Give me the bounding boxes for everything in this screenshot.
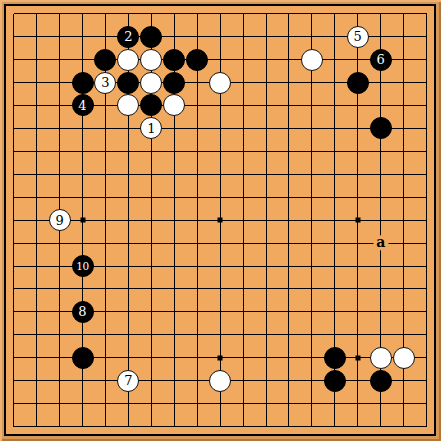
intersection[interactable]: 1 [140, 117, 163, 140]
intersection[interactable] [415, 140, 438, 163]
intersection[interactable] [186, 186, 209, 209]
intersection[interactable] [415, 163, 438, 186]
intersection[interactable] [2, 369, 25, 392]
intersection[interactable] [346, 255, 369, 278]
intersection[interactable] [323, 186, 346, 209]
intersection[interactable] [163, 117, 186, 140]
intersection[interactable] [48, 323, 71, 346]
intersection[interactable] [346, 323, 369, 346]
intersection[interactable] [140, 392, 163, 415]
intersection[interactable] [392, 94, 415, 117]
intersection[interactable] [346, 232, 369, 255]
intersection[interactable] [323, 48, 346, 71]
intersection[interactable] [300, 323, 323, 346]
intersection[interactable] [186, 163, 209, 186]
intersection[interactable] [369, 369, 392, 392]
intersection[interactable] [415, 117, 438, 140]
intersection[interactable] [323, 94, 346, 117]
intersection[interactable] [71, 48, 94, 71]
intersection[interactable] [255, 392, 278, 415]
intersection[interactable] [163, 323, 186, 346]
intersection[interactable] [117, 71, 140, 94]
intersection[interactable] [232, 415, 255, 438]
intersection[interactable] [415, 2, 438, 25]
intersection[interactable]: 2 [117, 25, 140, 48]
intersection[interactable] [48, 140, 71, 163]
intersection[interactable] [323, 25, 346, 48]
intersection[interactable] [25, 255, 48, 278]
intersection[interactable] [71, 209, 94, 232]
intersection[interactable] [2, 209, 25, 232]
intersection[interactable] [392, 392, 415, 415]
intersection[interactable] [232, 186, 255, 209]
intersection[interactable] [25, 415, 48, 438]
intersection[interactable] [94, 2, 117, 25]
intersection[interactable] [415, 25, 438, 48]
intersection[interactable] [346, 94, 369, 117]
intersection[interactable] [300, 415, 323, 438]
intersection[interactable] [140, 71, 163, 94]
intersection[interactable] [140, 48, 163, 71]
intersection[interactable] [277, 94, 300, 117]
intersection[interactable] [25, 277, 48, 300]
intersection[interactable] [48, 277, 71, 300]
intersection[interactable] [186, 415, 209, 438]
intersection[interactable] [277, 232, 300, 255]
intersection[interactable] [232, 25, 255, 48]
intersection[interactable] [94, 255, 117, 278]
intersection[interactable] [232, 369, 255, 392]
intersection[interactable] [117, 163, 140, 186]
intersection[interactable] [346, 369, 369, 392]
intersection[interactable] [71, 71, 94, 94]
intersection[interactable] [209, 255, 232, 278]
intersection[interactable] [25, 346, 48, 369]
intersection[interactable] [2, 255, 25, 278]
intersection[interactable] [277, 392, 300, 415]
intersection[interactable] [71, 232, 94, 255]
intersection[interactable] [369, 117, 392, 140]
intersection[interactable] [369, 392, 392, 415]
intersection[interactable] [2, 71, 25, 94]
intersection[interactable] [346, 48, 369, 71]
intersection[interactable] [346, 392, 369, 415]
intersection[interactable] [117, 255, 140, 278]
intersection[interactable] [25, 369, 48, 392]
intersection[interactable] [117, 186, 140, 209]
intersection[interactable] [300, 369, 323, 392]
intersection[interactable] [117, 392, 140, 415]
intersection[interactable] [300, 140, 323, 163]
intersection[interactable] [392, 25, 415, 48]
intersection[interactable] [392, 163, 415, 186]
intersection[interactable] [186, 392, 209, 415]
intersection[interactable] [277, 369, 300, 392]
intersection[interactable] [277, 415, 300, 438]
intersection[interactable] [25, 48, 48, 71]
intersection[interactable] [186, 277, 209, 300]
intersection[interactable] [232, 71, 255, 94]
intersection[interactable] [300, 392, 323, 415]
intersection[interactable] [2, 94, 25, 117]
intersection[interactable] [277, 2, 300, 25]
intersection[interactable] [186, 25, 209, 48]
intersection[interactable] [25, 140, 48, 163]
intersection[interactable] [163, 277, 186, 300]
intersection[interactable]: 10 [71, 255, 94, 278]
intersection[interactable] [94, 94, 117, 117]
intersection[interactable] [209, 346, 232, 369]
intersection[interactable] [94, 277, 117, 300]
intersection[interactable] [277, 209, 300, 232]
intersection[interactable] [415, 48, 438, 71]
intersection[interactable] [300, 277, 323, 300]
intersection[interactable] [186, 346, 209, 369]
intersection[interactable] [140, 232, 163, 255]
intersection[interactable]: 5 [346, 25, 369, 48]
intersection[interactable] [300, 163, 323, 186]
intersection[interactable] [140, 140, 163, 163]
intersection[interactable] [277, 255, 300, 278]
intersection[interactable] [2, 25, 25, 48]
intersection[interactable] [346, 163, 369, 186]
intersection[interactable] [209, 186, 232, 209]
intersection[interactable] [94, 186, 117, 209]
intersection[interactable] [232, 232, 255, 255]
intersection[interactable] [232, 48, 255, 71]
intersection[interactable] [392, 209, 415, 232]
intersection[interactable] [323, 323, 346, 346]
intersection[interactable] [346, 346, 369, 369]
intersection[interactable] [71, 415, 94, 438]
intersection[interactable] [163, 392, 186, 415]
intersection[interactable] [163, 346, 186, 369]
intersection[interactable] [323, 2, 346, 25]
intersection[interactable] [163, 209, 186, 232]
intersection[interactable] [140, 186, 163, 209]
intersection[interactable] [232, 94, 255, 117]
intersection[interactable] [186, 71, 209, 94]
intersection[interactable] [392, 48, 415, 71]
intersection[interactable] [346, 2, 369, 25]
intersection[interactable] [186, 209, 209, 232]
intersection[interactable] [209, 300, 232, 323]
intersection[interactable] [415, 323, 438, 346]
intersection[interactable] [140, 255, 163, 278]
intersection[interactable] [277, 346, 300, 369]
intersection[interactable] [209, 71, 232, 94]
intersection[interactable] [392, 117, 415, 140]
intersection[interactable] [369, 209, 392, 232]
intersection[interactable] [346, 71, 369, 94]
intersection[interactable] [48, 415, 71, 438]
intersection[interactable] [48, 71, 71, 94]
intersection[interactable] [163, 369, 186, 392]
intersection[interactable] [140, 323, 163, 346]
intersection[interactable] [48, 392, 71, 415]
intersection[interactable] [186, 369, 209, 392]
intersection[interactable] [255, 117, 278, 140]
intersection[interactable] [323, 232, 346, 255]
intersection[interactable] [2, 48, 25, 71]
intersection[interactable] [140, 2, 163, 25]
intersection[interactable] [323, 369, 346, 392]
intersection[interactable] [94, 117, 117, 140]
intersection[interactable] [369, 415, 392, 438]
intersection[interactable] [117, 94, 140, 117]
intersection[interactable] [277, 25, 300, 48]
intersection[interactable] [71, 346, 94, 369]
intersection[interactable] [25, 163, 48, 186]
intersection[interactable] [209, 94, 232, 117]
intersection[interactable] [369, 94, 392, 117]
intersection[interactable] [232, 140, 255, 163]
intersection[interactable] [232, 117, 255, 140]
intersection[interactable] [163, 300, 186, 323]
intersection[interactable] [232, 255, 255, 278]
intersection[interactable] [255, 369, 278, 392]
intersection[interactable] [277, 186, 300, 209]
intersection[interactable] [392, 346, 415, 369]
intersection[interactable] [209, 2, 232, 25]
intersection[interactable] [232, 2, 255, 25]
intersection[interactable] [71, 117, 94, 140]
intersection[interactable] [277, 71, 300, 94]
intersection[interactable] [2, 163, 25, 186]
intersection[interactable] [140, 209, 163, 232]
intersection[interactable] [186, 300, 209, 323]
intersection[interactable]: 9 [48, 209, 71, 232]
intersection[interactable] [300, 117, 323, 140]
intersection[interactable] [323, 71, 346, 94]
intersection[interactable]: 4 [71, 94, 94, 117]
intersection[interactable] [25, 323, 48, 346]
intersection[interactable] [300, 255, 323, 278]
intersection[interactable] [186, 2, 209, 25]
intersection[interactable] [25, 232, 48, 255]
intersection[interactable] [117, 300, 140, 323]
intersection[interactable] [277, 323, 300, 346]
intersection[interactable] [117, 117, 140, 140]
intersection[interactable] [2, 392, 25, 415]
intersection[interactable] [71, 140, 94, 163]
intersection[interactable] [48, 255, 71, 278]
intersection[interactable] [369, 346, 392, 369]
intersection[interactable] [255, 94, 278, 117]
intersection[interactable] [232, 323, 255, 346]
intersection[interactable] [48, 25, 71, 48]
intersection[interactable] [277, 300, 300, 323]
intersection[interactable] [255, 186, 278, 209]
intersection[interactable] [346, 186, 369, 209]
intersection[interactable] [392, 255, 415, 278]
intersection[interactable] [140, 94, 163, 117]
intersection[interactable] [25, 94, 48, 117]
intersection[interactable] [71, 323, 94, 346]
intersection[interactable] [94, 369, 117, 392]
intersection[interactable] [48, 48, 71, 71]
intersection[interactable] [277, 140, 300, 163]
intersection[interactable] [392, 71, 415, 94]
intersection[interactable] [209, 117, 232, 140]
intersection[interactable] [369, 186, 392, 209]
intersection[interactable] [2, 117, 25, 140]
intersection[interactable] [323, 140, 346, 163]
intersection[interactable] [140, 25, 163, 48]
intersection[interactable] [25, 392, 48, 415]
intersection[interactable] [346, 277, 369, 300]
intersection[interactable] [323, 163, 346, 186]
intersection[interactable] [415, 415, 438, 438]
intersection[interactable] [255, 209, 278, 232]
intersection[interactable] [415, 255, 438, 278]
intersection[interactable] [415, 232, 438, 255]
intersection[interactable] [2, 300, 25, 323]
intersection[interactable] [71, 369, 94, 392]
intersection[interactable] [232, 277, 255, 300]
intersection[interactable] [2, 140, 25, 163]
intersection[interactable] [392, 186, 415, 209]
intersection[interactable]: a [369, 232, 392, 255]
intersection[interactable] [163, 71, 186, 94]
intersection[interactable] [48, 300, 71, 323]
intersection[interactable] [209, 277, 232, 300]
intersection[interactable] [415, 300, 438, 323]
intersection[interactable] [300, 48, 323, 71]
intersection[interactable] [94, 392, 117, 415]
intersection[interactable] [369, 25, 392, 48]
intersection[interactable] [369, 323, 392, 346]
intersection[interactable] [415, 186, 438, 209]
intersection[interactable] [186, 117, 209, 140]
intersection[interactable] [117, 140, 140, 163]
intersection[interactable] [209, 415, 232, 438]
intersection[interactable] [48, 186, 71, 209]
intersection[interactable] [140, 163, 163, 186]
intersection[interactable] [94, 415, 117, 438]
intersection[interactable] [277, 117, 300, 140]
intersection[interactable] [415, 369, 438, 392]
intersection[interactable] [392, 323, 415, 346]
intersection[interactable] [255, 300, 278, 323]
intersection[interactable] [323, 117, 346, 140]
intersection[interactable] [94, 232, 117, 255]
intersection[interactable] [255, 140, 278, 163]
intersection[interactable] [140, 369, 163, 392]
intersection[interactable] [48, 163, 71, 186]
intersection[interactable] [117, 209, 140, 232]
intersection[interactable] [255, 232, 278, 255]
intersection[interactable] [94, 163, 117, 186]
intersection[interactable] [209, 232, 232, 255]
intersection[interactable] [71, 163, 94, 186]
intersection[interactable] [2, 323, 25, 346]
intersection[interactable] [186, 94, 209, 117]
intersection[interactable] [186, 48, 209, 71]
intersection[interactable] [94, 323, 117, 346]
intersection[interactable] [140, 346, 163, 369]
intersection[interactable] [48, 2, 71, 25]
intersection[interactable] [209, 25, 232, 48]
intersection[interactable] [209, 369, 232, 392]
intersection[interactable] [415, 71, 438, 94]
intersection[interactable] [369, 2, 392, 25]
intersection[interactable] [369, 300, 392, 323]
intersection[interactable] [300, 2, 323, 25]
intersection[interactable] [232, 163, 255, 186]
intersection[interactable] [255, 163, 278, 186]
intersection[interactable] [117, 323, 140, 346]
intersection[interactable] [117, 346, 140, 369]
intersection[interactable] [392, 140, 415, 163]
intersection[interactable] [117, 232, 140, 255]
intersection[interactable] [163, 48, 186, 71]
intersection[interactable] [346, 140, 369, 163]
intersection[interactable] [71, 277, 94, 300]
intersection[interactable] [392, 277, 415, 300]
intersection[interactable]: 6 [369, 48, 392, 71]
intersection[interactable] [2, 186, 25, 209]
intersection[interactable] [209, 48, 232, 71]
intersection[interactable] [323, 392, 346, 415]
intersection[interactable] [323, 255, 346, 278]
intersection[interactable] [255, 255, 278, 278]
intersection[interactable] [2, 277, 25, 300]
intersection[interactable] [415, 346, 438, 369]
intersection[interactable] [163, 186, 186, 209]
intersection[interactable] [300, 346, 323, 369]
intersection[interactable] [25, 209, 48, 232]
intersection[interactable] [209, 323, 232, 346]
intersection[interactable] [71, 25, 94, 48]
intersection[interactable] [25, 2, 48, 25]
intersection[interactable] [255, 415, 278, 438]
intersection[interactable] [48, 369, 71, 392]
intersection[interactable] [232, 209, 255, 232]
intersection[interactable] [25, 186, 48, 209]
intersection[interactable] [323, 346, 346, 369]
intersection[interactable] [255, 277, 278, 300]
intersection[interactable] [94, 48, 117, 71]
intersection[interactable] [232, 346, 255, 369]
intersection[interactable] [392, 300, 415, 323]
intersection[interactable]: 7 [117, 369, 140, 392]
intersection[interactable] [300, 186, 323, 209]
intersection[interactable] [117, 277, 140, 300]
intersection[interactable] [163, 415, 186, 438]
intersection[interactable] [369, 255, 392, 278]
intersection[interactable] [186, 140, 209, 163]
intersection[interactable] [369, 277, 392, 300]
intersection[interactable] [346, 117, 369, 140]
intersection[interactable] [277, 163, 300, 186]
intersection[interactable] [209, 163, 232, 186]
intersection[interactable] [255, 346, 278, 369]
intersection[interactable] [415, 392, 438, 415]
intersection[interactable] [186, 323, 209, 346]
intersection[interactable]: 8 [71, 300, 94, 323]
intersection[interactable] [323, 300, 346, 323]
intersection[interactable] [48, 94, 71, 117]
intersection[interactable] [300, 25, 323, 48]
intersection[interactable] [300, 300, 323, 323]
intersection[interactable] [415, 277, 438, 300]
intersection[interactable] [369, 71, 392, 94]
intersection[interactable] [94, 346, 117, 369]
intersection[interactable] [323, 209, 346, 232]
intersection[interactable] [346, 209, 369, 232]
intersection[interactable] [392, 369, 415, 392]
